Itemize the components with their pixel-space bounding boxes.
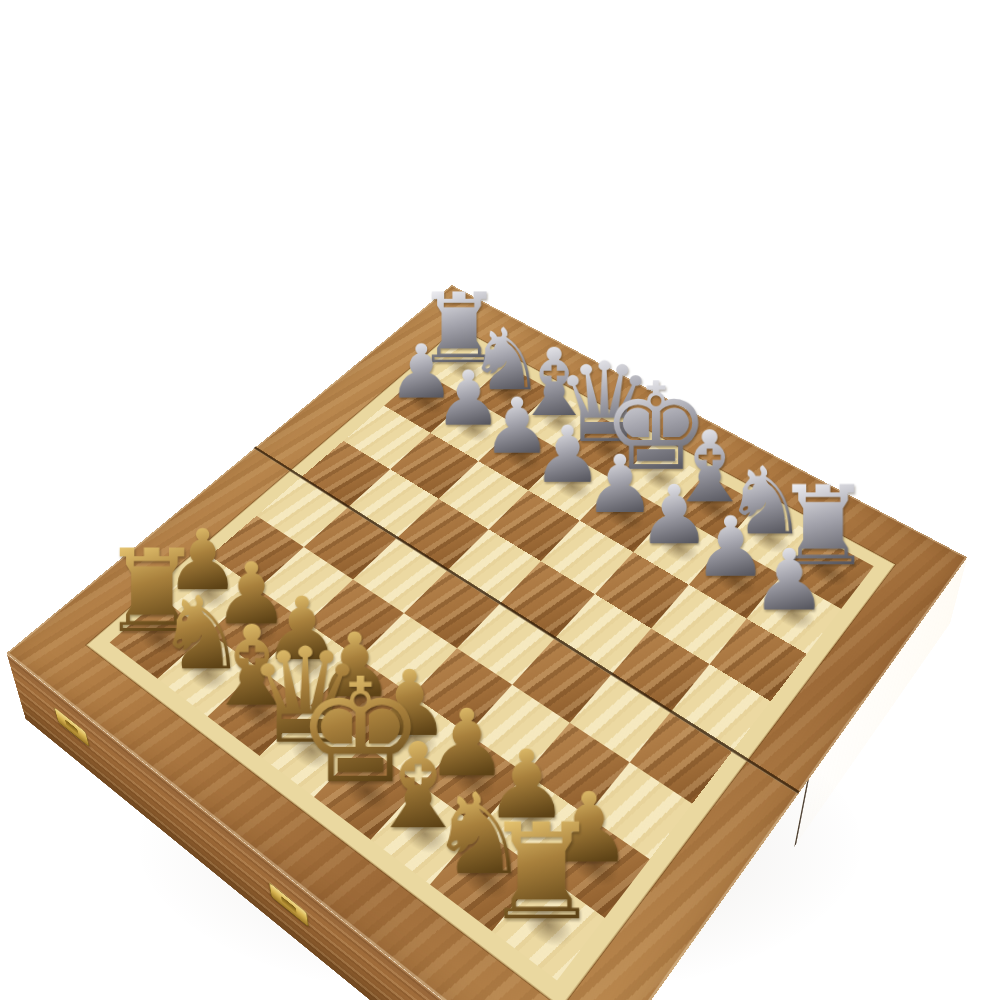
scene: ♜♞♝♛♚♝♞♜♟♟♟♟♟♟♟♟♟♟♟♟♟♟♟♟♜♞♝♛♚♝♞♜ [0,0,1000,1000]
silver-pawn-h7[interactable]: ♟ [751,542,827,620]
brass-rook-h1[interactable]: ♜ [482,811,601,933]
product-photo-stage: ♜♞♝♛♚♝♞♜♟♟♟♟♟♟♟♟♟♟♟♟♟♟♟♟♜♞♝♛♚♝♞♜ [0,0,1000,1000]
board-top-face: ♜♞♝♛♚♝♞♜♟♟♟♟♟♟♟♟♟♟♟♟♟♟♟♟♜♞♝♛♚♝♞♜ [6,285,967,1000]
chess-box: ♜♞♝♛♚♝♞♜♟♟♟♟♟♟♟♟♟♟♟♟♟♟♟♟♜♞♝♛♚♝♞♜ [6,285,967,1000]
